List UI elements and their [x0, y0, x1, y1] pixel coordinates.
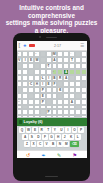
clue-number: 11	[18, 100, 20, 102]
key-I[interactable]: I	[65, 127, 71, 133]
app-bar: [ ★ 2:17 ☰	[17, 41, 87, 51]
key-U[interactable]: U	[58, 127, 64, 133]
star-icon[interactable]: ★	[23, 41, 27, 50]
clue-number: 1	[18, 52, 19, 54]
headline-line1: Intuitive controls and comprehensive	[0, 4, 103, 19]
clue-list-icon[interactable]	[19, 120, 23, 124]
key-N[interactable]: N	[57, 141, 63, 147]
keyboard-row: ZXCVBNM⌫	[18, 141, 86, 147]
clue-number: 10	[59, 88, 61, 90]
key-L[interactable]: L	[75, 134, 81, 140]
keyboard: QWERTYUIOPASDFGHJKLZXCVBNM⌫	[17, 126, 87, 150]
clue-number: 6	[47, 64, 48, 66]
key-R[interactable]: R	[39, 127, 45, 133]
clue-number: 2	[35, 52, 36, 54]
key-P[interactable]: P	[78, 127, 84, 133]
key-W[interactable]: W	[26, 127, 32, 133]
key-D[interactable]: D	[35, 134, 41, 140]
headline: Intuitive controls and comprehensive set…	[0, 4, 103, 34]
key-Z[interactable]: Z	[24, 141, 30, 147]
app-screen: [ ★ 2:17 ☰ 12M34V5IEWATT67AL8IBRAC9HIEFP…	[17, 41, 87, 158]
key-Y[interactable]: Y	[52, 127, 58, 133]
clue-number: 8	[41, 76, 42, 78]
key-C[interactable]: C	[37, 141, 43, 147]
back-icon[interactable]: [	[19, 41, 21, 50]
puzzle-grid: 12M34V5IEWATT67AL8IBRAC9HIEFPE10E11PAP12	[17, 51, 87, 118]
key-T[interactable]: T	[45, 127, 51, 133]
key-S[interactable]: S	[29, 134, 35, 140]
pen-icon[interactable]: ✒	[42, 151, 46, 158]
camera-dot	[39, 36, 41, 38]
keyboard-row: QWERTYUIOP	[18, 127, 86, 133]
flag-icon[interactable]: ⚑	[72, 151, 76, 158]
hint-gem-icon[interactable]	[29, 44, 35, 48]
pencil-icon[interactable]: ✎	[57, 151, 61, 158]
bottom-toolbar: ↺✒✎⚑	[17, 150, 87, 158]
key-G[interactable]: G	[49, 134, 55, 140]
phone-mockup: [ ★ 2:17 ☰ 12M34V5IEWATT67AL8IBRAC9HIEFP…	[13, 33, 90, 181]
backspace-key[interactable]: ⌫	[70, 141, 79, 147]
key-E[interactable]: E	[32, 127, 38, 133]
clue-number: 7	[53, 70, 54, 72]
clue-text: Loyalty (6)	[24, 120, 43, 124]
clue-bar[interactable]: Loyalty (6)	[17, 118, 87, 126]
clue-number: 12	[47, 109, 49, 111]
timer: 2:17	[38, 44, 78, 48]
speaker-slit	[46, 37, 57, 38]
clue-number: 3	[53, 52, 54, 54]
clue-number: 4	[70, 52, 71, 54]
key-B[interactable]: B	[50, 141, 56, 147]
clue-number: 5	[18, 58, 19, 60]
key-H[interactable]: H	[55, 134, 61, 140]
key-O[interactable]: O	[72, 127, 78, 133]
key-F[interactable]: F	[42, 134, 48, 140]
undo-icon[interactable]: ↺	[26, 151, 30, 158]
clue-number: 9	[29, 82, 30, 84]
key-Q[interactable]: Q	[19, 127, 25, 133]
headline-line2: settings make solving puzzles	[0, 19, 103, 27]
menu-icon[interactable]: ☰	[80, 41, 84, 50]
key-M[interactable]: M	[63, 141, 69, 147]
key-J[interactable]: J	[62, 134, 68, 140]
grid-cell[interactable]	[81, 115, 87, 119]
key-K[interactable]: K	[68, 134, 74, 140]
keyboard-row: ASDFGHJKL	[18, 134, 86, 140]
key-V[interactable]: V	[44, 141, 50, 147]
key-X[interactable]: X	[31, 141, 37, 147]
key-A[interactable]: A	[22, 134, 28, 140]
home-indicator	[45, 176, 58, 177]
